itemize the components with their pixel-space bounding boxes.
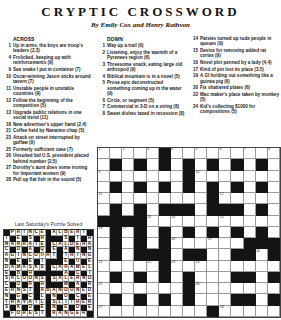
clue: 27Dorothy's aunt does some ironing for i… [3,165,93,176]
cell[interactable]: 10 [195,171,207,182]
solution-letter: V [22,300,27,305]
cell[interactable] [110,193,122,204]
cell[interactable] [231,283,243,294]
cell[interactable]: 25 [98,283,110,294]
cell[interactable] [256,171,268,182]
solution-letter: H [40,236,45,241]
solution-letter: A [57,311,62,316]
cell[interactable] [171,159,183,170]
solution-letter: L [57,300,62,305]
cell[interactable] [244,171,256,182]
cell[interactable] [195,204,207,215]
solution-letter: I [22,230,27,235]
cell[interactable] [147,227,159,238]
cell[interactable] [122,272,134,283]
cell[interactable] [268,193,280,204]
cell[interactable] [207,272,219,283]
cell[interactable] [183,261,195,272]
solution-letter: C [51,265,56,270]
down-clue-list-2: 14Patsies turned up rude people in queue… [190,36,279,115]
cell[interactable] [134,193,146,204]
solution-letter: S [4,305,9,310]
cell[interactable]: 15 [219,216,231,227]
clue: 13Upgrade public relations in one social… [3,110,93,121]
black-cell [207,159,219,170]
solution-letter: A [57,242,62,247]
black-cell [256,238,268,249]
cell[interactable] [134,148,146,159]
cell[interactable] [231,238,243,249]
cell[interactable] [268,306,280,317]
black-cell [159,204,171,215]
solution-letter: T [69,300,74,305]
black-cell [207,306,219,317]
cell[interactable]: 24 [195,261,207,272]
solution-letter: G [10,253,15,258]
cell[interactable] [159,306,171,317]
cell[interactable] [268,204,280,215]
solution-letter: R [46,253,51,258]
black-cell [231,182,243,193]
cell[interactable] [134,171,146,182]
solution-letter: R [63,265,68,270]
cell[interactable] [268,171,280,182]
cell[interactable] [219,227,231,238]
solution-letter: R [10,288,15,293]
black-cell [207,182,219,193]
cell[interactable] [122,159,134,170]
cell[interactable] [268,227,280,238]
cell[interactable]: 28 [219,306,231,317]
cell[interactable]: 27 [98,306,110,317]
clue: 9Sea snake I put in container (7) [3,67,93,72]
cell[interactable] [98,249,110,260]
clue-number: 23 [171,261,175,264]
cell[interactable] [268,159,280,170]
black-cell [244,272,256,283]
cell[interactable]: 1 [98,148,110,159]
cell[interactable] [122,283,134,294]
cell[interactable] [231,193,243,204]
cell[interactable] [110,261,122,272]
cell[interactable] [134,306,146,317]
solution-letter: R [22,311,27,316]
cell[interactable]: 13 [147,216,159,227]
black-cell [110,159,122,170]
clue: 15Device for removing added rat cortex (… [190,48,279,59]
cell[interactable]: 12 [219,193,231,204]
cell[interactable] [231,261,243,272]
cell[interactable] [183,193,195,204]
clue-number: 15 [220,216,224,219]
cell[interactable]: 21 [98,261,110,272]
cell[interactable] [244,283,256,294]
solved-puzzle-label: Last Saturday's Puzzle Solved [2,221,95,227]
cell[interactable] [244,227,256,238]
black-cell [183,249,195,260]
solution-letter: M [16,265,21,270]
black-cell [244,238,256,249]
solution-letter: L [40,294,45,299]
clue-number: 4 [171,148,173,151]
cell[interactable]: 17 [122,227,134,238]
black-cell [110,249,122,260]
black-cell [195,249,207,260]
crossword-grid[interactable]: 1234567891011121314151617181920212223242… [97,147,281,318]
solution-letter: R [51,311,56,316]
cell[interactable] [122,261,134,272]
cell[interactable] [268,182,280,193]
cell[interactable] [207,283,219,294]
solution-letter: H [69,253,74,258]
black-cell [159,249,171,260]
cell[interactable] [231,306,243,317]
cell[interactable] [268,283,280,294]
solution-letter: G [69,311,74,316]
solution-letter: O [34,253,39,258]
cell[interactable] [147,283,159,294]
black-cell [134,249,146,260]
cell[interactable] [122,182,134,193]
black-cell [183,272,195,283]
cell[interactable]: 2 [122,148,134,159]
clue: 8Sweet dishes taxed in recession (8) [97,111,186,116]
cell[interactable] [171,306,183,317]
cell[interactable] [195,294,207,305]
cell[interactable] [147,204,159,215]
cell[interactable] [183,216,195,227]
cell[interactable] [244,306,256,317]
clue: 11Unstable people in unstable countries … [3,86,93,97]
clue: 20Fix shattered plates (6) [190,85,279,90]
cell[interactable] [110,171,122,182]
clue-number: 1 [99,148,101,151]
black-cell [268,249,280,260]
black-cell [207,204,219,215]
cell[interactable] [195,238,207,249]
cell[interactable]: 26 [195,283,207,294]
black-cell [256,182,268,193]
solution-letter: A [69,265,74,270]
cell[interactable] [159,171,171,182]
cell[interactable] [256,193,268,204]
clue: 18New advertiser's upper hand (2,4) [3,122,93,127]
cell[interactable] [219,249,231,260]
solution-letter: A [10,276,15,281]
black-cell [183,182,195,193]
black-cell [231,272,243,283]
cell[interactable] [244,159,256,170]
clue-number: 25 [99,283,103,286]
cell[interactable] [256,216,268,227]
cell[interactable] [219,159,231,170]
solution-letter: D [4,265,9,270]
page-title: CRYPTIC CROSSWORD [0,4,281,20]
black-cell [231,227,243,238]
cell[interactable] [159,193,171,204]
clue-number: 5 [196,148,198,151]
cell[interactable] [244,216,256,227]
down-clue-list-1: 1Way up a trail (6)2Listening, enjoy the… [97,43,186,116]
cell[interactable] [159,216,171,227]
solution-letter: A [10,265,15,270]
cell[interactable] [110,283,122,294]
cell[interactable] [171,294,183,305]
black-cell [231,294,243,305]
solution-letter: S [22,288,27,293]
cell[interactable] [98,238,110,249]
cell[interactable] [219,171,231,182]
black-cell [134,182,146,193]
cell[interactable]: 20 [256,249,268,260]
black-cell [268,238,280,249]
black-cell [110,272,122,283]
solution-letter: R [22,242,27,247]
clue-number: 20 [256,250,260,253]
cell[interactable] [256,272,268,283]
black-cell [159,159,171,170]
cell[interactable] [159,283,171,294]
cell[interactable]: 18 [171,238,183,249]
black-cell [110,238,122,249]
cell[interactable] [207,171,219,182]
cell[interactable]: 9 [98,171,110,182]
cell[interactable]: 11 [98,193,110,204]
cell[interactable]: 14 [171,216,183,227]
cell[interactable] [122,193,134,204]
cell[interactable] [207,249,219,260]
solution-letter: B [46,288,51,293]
solution-letter: F [10,311,15,316]
black-cell [110,294,122,305]
cell[interactable] [147,159,159,170]
clue: 19A GI holding out something like a guin… [190,73,279,84]
cell[interactable] [256,306,268,317]
cell[interactable] [98,159,110,170]
solution-letter: A [10,242,15,247]
black-cell [110,182,122,193]
cell[interactable]: 4 [171,148,183,159]
cell[interactable] [147,294,159,305]
cell[interactable] [171,171,183,182]
solution-letter: E [87,294,92,299]
cell[interactable] [122,204,134,215]
black-cell [134,159,146,170]
clue: 21Coffee held by Nanaimo chap (5) [3,128,93,133]
solution-letter: S [51,276,56,281]
clue: 23Attack on street interrupted by guffaw… [3,135,93,146]
cell[interactable] [147,182,159,193]
clue: 3Threesome snack, eating large old arthr… [97,62,186,73]
cell[interactable] [231,171,243,182]
solution-letter: O [63,294,68,299]
cell[interactable] [183,238,195,249]
cell[interactable] [183,306,195,317]
solution-letter: D [69,242,74,247]
solution-letter: T [51,253,56,258]
cell[interactable] [244,193,256,204]
cell[interactable] [268,216,280,227]
clue-number: 12 [220,193,224,196]
black-cell [134,272,146,283]
black-cell [147,249,159,260]
cell[interactable]: 16 [98,227,110,238]
clue-number: 3 [147,148,149,151]
solution-letter: O [16,311,21,316]
clue: 26Unsuited bid U.S. president placed beh… [3,153,93,164]
solution-letter: N [34,276,39,281]
cell[interactable] [122,249,134,260]
clue-number: 2 [123,148,125,151]
black-cell [159,272,171,283]
cell[interactable] [207,294,219,305]
cell[interactable] [195,216,207,227]
cell[interactable] [171,272,183,283]
cell[interactable] [256,148,268,159]
cell[interactable] [244,182,256,193]
solution-letter: N [63,311,68,316]
solution-letter: T [34,242,39,247]
cell[interactable]: 3 [147,148,159,159]
cell[interactable]: 7 [244,148,256,159]
cell[interactable] [122,306,134,317]
cell[interactable] [134,283,146,294]
cell[interactable] [244,204,256,215]
solution-letter: R [81,311,86,316]
cell[interactable]: 8 [268,148,280,159]
black-cell [110,204,122,215]
clue: 17Kind of pin lost its place (3,5) [190,67,279,72]
cell[interactable] [268,261,280,272]
black-cell [256,227,268,238]
cell[interactable]: 23 [171,261,183,272]
cell[interactable] [183,148,195,159]
cell[interactable] [207,261,219,272]
cell[interactable] [195,193,207,204]
cell[interactable] [122,171,134,182]
cell[interactable] [134,261,146,272]
solution-letter: N [51,294,56,299]
black-cell [256,204,268,215]
cell[interactable] [195,182,207,193]
black-cell [231,249,243,260]
cell[interactable] [122,294,134,305]
solution-letter: C [75,294,80,299]
cell[interactable] [110,306,122,317]
cell[interactable] [195,227,207,238]
clue-number: 9 [99,171,101,174]
across-clue-list: 1Up in arms, the boys are troop's leader… [3,43,93,183]
cell[interactable] [195,159,207,170]
solution-letter: S [63,236,68,241]
cell[interactable] [171,249,183,260]
cell[interactable] [244,261,256,272]
cell[interactable]: 22 [147,261,159,272]
solution-letter: O [69,288,74,293]
solution-letter: N [22,253,27,258]
cell[interactable] [171,182,183,193]
cell[interactable] [171,283,183,294]
solution-letter: E [75,311,80,316]
cell[interactable] [231,148,243,159]
down-clue-column-2: 14Patsies turned up rude people in queue… [190,36,279,116]
solution-letter: A [57,276,62,281]
cell[interactable] [122,238,134,249]
black-cell [159,227,171,238]
clue: 22Mac maker's place taken by monkey (5) [190,92,279,103]
cell[interactable]: 19 [207,238,219,249]
clue: 10Oscar-winning Jason sticks around tave… [3,74,93,85]
cell[interactable] [147,171,159,182]
cell[interactable]: 6 [219,148,231,159]
byline: By Emily Cox and Henry Rathvon [0,21,281,29]
cell[interactable] [147,193,159,204]
cell[interactable] [256,283,268,294]
down-header: DOWN [107,36,186,42]
black-cell [183,204,195,215]
black-cell [244,249,256,260]
solution-letter: O [22,276,27,281]
solution-letter: E [81,300,86,305]
cell[interactable] [147,272,159,283]
black-cell [219,204,231,215]
cell[interactable] [219,261,231,272]
solution-letter: L [57,230,62,235]
cell[interactable] [219,283,231,294]
clue-number: 17 [123,227,127,230]
solution-letter: L [87,265,92,270]
solution-letter: E [16,236,21,241]
clue-number: 27 [99,306,103,309]
cell[interactable] [256,261,268,272]
cell[interactable] [219,272,231,283]
clue-number: 14 [171,216,175,219]
solution-letter: I [4,236,9,241]
solution-letter: A [57,265,62,270]
black-cell [159,148,171,159]
cell[interactable] [110,148,122,159]
black-cell [110,216,122,227]
clue: 16Novel plot penned by a lady (4,4) [190,60,279,65]
cell[interactable] [207,148,219,159]
cell[interactable] [98,204,110,215]
cell[interactable] [147,306,159,317]
clue-number: 18 [171,238,175,241]
cell[interactable] [207,216,219,227]
cell[interactable]: 5 [195,148,207,159]
solution-letter: K [34,265,39,270]
black-cell [159,294,171,305]
clue: 2Listening, enjoy the warmth of a Pyrene… [97,50,186,61]
black-cell [134,216,146,227]
cell[interactable] [219,238,231,249]
black-cell [268,272,280,283]
black-cell [134,204,146,215]
solved-puzzle-section: Last Saturday's Puzzle Solved PRINCEALBE… [2,221,95,318]
cell[interactable] [256,294,268,305]
solution-letter: T [81,230,86,235]
clue-number: 22 [147,261,151,264]
clue-number: 16 [99,227,103,230]
cell[interactable] [231,216,243,227]
solution-letter: N [81,253,86,258]
solution-letter: E [87,305,92,310]
cell[interactable] [195,306,207,317]
cell[interactable] [147,238,159,249]
cell[interactable] [171,193,183,204]
solution-letter: I [34,300,39,305]
solution-letter: I [75,236,80,241]
